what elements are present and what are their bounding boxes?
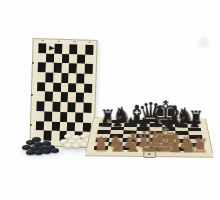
hinge-dot xyxy=(32,62,34,64)
flat-board-surface xyxy=(85,117,213,153)
frame-tick xyxy=(58,41,60,42)
flat-board-square xyxy=(190,147,204,151)
frame-tick xyxy=(41,40,43,41)
black-checker-disc xyxy=(50,148,59,153)
flat-board-square xyxy=(108,146,122,150)
product-photo-scene: ♟ ♜♞♝♛♚♝♞♜♟♟♟♟♟♟♟♟♟♟♟♟♟♟♟♟♜♞♝♛♚♝♞♜ xyxy=(0,0,220,200)
frame-tick xyxy=(74,41,76,42)
hinge-dot xyxy=(31,94,33,96)
flat-board-square xyxy=(94,146,109,150)
board-latch xyxy=(143,151,156,158)
flat-board-square xyxy=(122,146,136,150)
upright-board-square: ♟ xyxy=(46,43,54,53)
flat-board-square xyxy=(135,146,149,150)
flat-board-square xyxy=(177,147,191,151)
flat-board-square xyxy=(163,147,177,151)
flat-board-grid xyxy=(94,119,205,151)
pawn-logo-icon: ♟ xyxy=(47,45,54,51)
chess-pieces-layer: ♜♞♝♛♚♝♞♜♟♟♟♟♟♟♟♟♟♟♟♟♟♟♟♟♜♞♝♛♚♝♞♜ xyxy=(87,24,215,26)
flat-chess-board-assembly: ♜♞♝♛♚♝♞♜♟♟♟♟♟♟♟♟♟♟♟♟♟♟♟♟♜♞♝♛♚♝♞♜ xyxy=(85,24,215,162)
hinge-dot xyxy=(30,124,32,126)
